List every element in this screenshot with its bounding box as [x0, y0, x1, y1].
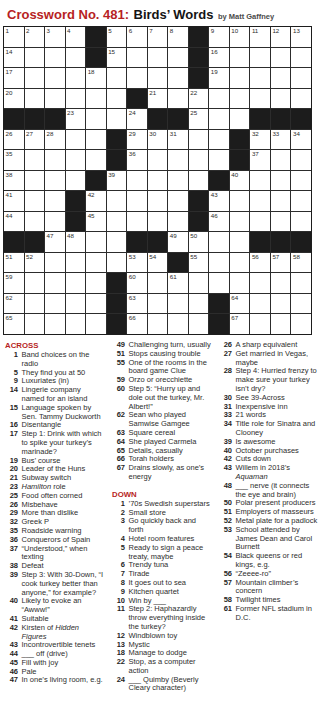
- white-cell[interactable]: 35: [4, 150, 24, 170]
- black-cell: [86, 48, 106, 68]
- white-cell[interactable]: [45, 212, 65, 232]
- black-cell: [127, 89, 147, 109]
- white-cell[interactable]: 14: [4, 48, 24, 68]
- white-cell[interactable]: [86, 130, 106, 150]
- white-cell[interactable]: [86, 150, 106, 170]
- white-cell[interactable]: [291, 191, 311, 211]
- cell-number: 55: [190, 253, 197, 261]
- white-cell[interactable]: [25, 191, 45, 211]
- clue-text: ___ nerve (it connects the eye and brain…: [236, 482, 320, 500]
- clue: 60Step 5: “Hurry up and dole out the tur…: [112, 385, 212, 411]
- white-cell[interactable]: [230, 232, 250, 252]
- clue: 43Willem in 2018’s Aquaman: [219, 464, 319, 482]
- white-cell[interactable]: [25, 48, 45, 68]
- white-cell[interactable]: [45, 314, 65, 334]
- white-cell[interactable]: [271, 48, 291, 68]
- white-cell[interactable]: [148, 314, 168, 334]
- white-cell[interactable]: 12: [271, 27, 291, 47]
- clue-text: Willem in 2018’s Aquaman: [236, 464, 320, 482]
- cell-number: 28: [47, 130, 54, 138]
- puzzle-series-title: Crossword No. 481:: [7, 7, 129, 22]
- clue-number: 53: [219, 526, 236, 552]
- white-cell[interactable]: 8: [168, 27, 188, 47]
- white-cell[interactable]: 29: [127, 130, 147, 150]
- white-cell[interactable]: 15: [107, 48, 127, 68]
- white-cell[interactable]: [168, 314, 188, 334]
- black-cell: [25, 109, 45, 129]
- white-cell[interactable]: 58: [291, 253, 311, 273]
- white-cell[interactable]: [209, 89, 229, 109]
- white-cell[interactable]: 50: [189, 232, 209, 252]
- white-cell[interactable]: [209, 253, 229, 273]
- clue-number: 60: [112, 385, 129, 411]
- white-cell[interactable]: [209, 273, 229, 293]
- white-cell[interactable]: 51: [4, 253, 24, 273]
- white-cell[interactable]: [230, 68, 250, 88]
- white-cell[interactable]: [250, 191, 270, 211]
- white-cell[interactable]: 13: [291, 27, 311, 47]
- white-cell[interactable]: [250, 294, 270, 314]
- white-cell[interactable]: [291, 89, 311, 109]
- white-cell[interactable]: 21: [148, 89, 168, 109]
- black-cell: [291, 232, 311, 252]
- white-cell[interactable]: [291, 212, 311, 232]
- black-cell: [4, 232, 24, 252]
- clue-text: Stop, as a computer action: [129, 658, 213, 676]
- cell-number: 25: [190, 109, 197, 117]
- white-cell[interactable]: 40: [230, 171, 250, 191]
- black-cell: [209, 294, 229, 314]
- cell-number: 53: [129, 253, 136, 261]
- white-cell[interactable]: 65: [4, 314, 24, 334]
- white-cell[interactable]: [107, 89, 127, 109]
- white-cell[interactable]: 45: [86, 212, 106, 232]
- white-cell[interactable]: 24: [127, 109, 147, 129]
- cell-number: 31: [170, 130, 177, 138]
- white-cell[interactable]: [168, 191, 188, 211]
- black-cell: [4, 109, 24, 129]
- white-cell[interactable]: [291, 68, 311, 88]
- white-cell[interactable]: [86, 232, 106, 252]
- clue: 40Likely to evoke an “Awww!”: [5, 597, 105, 615]
- clue-text: Get married in Vegas, maybe: [236, 350, 320, 368]
- white-cell[interactable]: 43: [209, 191, 229, 211]
- white-cell[interactable]: 38: [4, 171, 24, 191]
- cell-number: 47: [47, 232, 54, 240]
- white-cell[interactable]: 18: [86, 68, 106, 88]
- white-cell[interactable]: [148, 48, 168, 68]
- white-cell[interactable]: [66, 253, 86, 273]
- white-cell[interactable]: 26: [4, 130, 24, 150]
- white-cell[interactable]: 3: [45, 27, 65, 47]
- white-cell[interactable]: 60: [127, 273, 147, 293]
- cell-number: 33: [272, 130, 279, 138]
- black-cell: [209, 314, 229, 334]
- clue-text: Drains slowly, as one’s energy: [129, 464, 213, 482]
- white-cell[interactable]: 34: [291, 130, 311, 150]
- white-cell[interactable]: [25, 273, 45, 293]
- white-cell[interactable]: [66, 48, 86, 68]
- black-cell: [168, 253, 188, 273]
- clue: 17Step 1: Drink with which to spike your…: [5, 430, 105, 456]
- white-cell[interactable]: [250, 89, 270, 109]
- white-cell[interactable]: 57: [271, 253, 291, 273]
- white-cell[interactable]: [45, 253, 65, 273]
- white-cell[interactable]: [25, 212, 45, 232]
- black-cell: [66, 191, 86, 211]
- cell-number: 23: [67, 109, 74, 117]
- cell-number: 20: [6, 89, 13, 97]
- white-cell[interactable]: 66: [127, 314, 147, 334]
- clue: 1Band choices on the radio: [5, 351, 105, 369]
- white-cell[interactable]: 48: [66, 232, 86, 252]
- white-cell[interactable]: [291, 314, 311, 334]
- white-cell[interactable]: 46: [209, 212, 229, 232]
- black-cell: [271, 109, 291, 129]
- white-cell[interactable]: [86, 294, 106, 314]
- black-cell: [45, 109, 65, 129]
- white-cell[interactable]: [45, 171, 65, 191]
- black-cell: [291, 109, 311, 129]
- white-cell[interactable]: [271, 191, 291, 211]
- white-cell[interactable]: [86, 273, 106, 293]
- white-cell[interactable]: [148, 150, 168, 170]
- cell-number: 8: [170, 27, 173, 35]
- cell-number: 45: [88, 212, 95, 220]
- clue-column-3: 26A sharp equivalent27Get married in Veg…: [219, 341, 319, 713]
- white-cell[interactable]: [127, 191, 147, 211]
- cell-number: 46: [211, 212, 218, 220]
- white-cell[interactable]: [230, 109, 250, 129]
- white-cell[interactable]: [271, 314, 291, 334]
- cell-number: 43: [211, 191, 218, 199]
- white-cell[interactable]: [45, 68, 65, 88]
- white-cell[interactable]: 17: [4, 68, 24, 88]
- clue-number: 1: [5, 351, 22, 369]
- clue: 54Black queens or red kings, e.g.: [219, 552, 319, 570]
- white-cell[interactable]: [230, 212, 250, 232]
- white-cell[interactable]: [250, 48, 270, 68]
- cell-number: 65: [6, 314, 13, 322]
- white-cell[interactable]: [25, 314, 45, 334]
- cell-number: 40: [231, 171, 238, 179]
- white-cell[interactable]: [148, 212, 168, 232]
- white-cell[interactable]: 53: [127, 253, 147, 273]
- white-cell[interactable]: [66, 130, 86, 150]
- clue: 28Step 4: Hurried frenzy to make sure yo…: [219, 367, 319, 393]
- white-cell[interactable]: [148, 171, 168, 191]
- white-cell[interactable]: 25: [189, 109, 209, 129]
- white-cell[interactable]: [66, 89, 86, 109]
- white-cell[interactable]: [127, 48, 147, 68]
- white-cell[interactable]: [66, 314, 86, 334]
- cell-number: 22: [190, 89, 197, 97]
- black-cell: [189, 68, 209, 88]
- clue-text: School attended by James Dean and Carol …: [236, 526, 320, 552]
- white-cell[interactable]: 56: [250, 253, 270, 273]
- black-cell: [230, 130, 250, 150]
- white-cell[interactable]: [189, 171, 209, 191]
- clue-text: Go quickly back and forth: [129, 517, 213, 535]
- cell-number: 63: [129, 294, 136, 302]
- cell-number: 4: [67, 27, 70, 35]
- crossword-grid: 1234567891011121314151617181920212223242…: [3, 26, 312, 335]
- white-cell[interactable]: [168, 89, 188, 109]
- down-clues-part2: 26A sharp equivalent27Get married in Veg…: [219, 341, 319, 623]
- black-cell: [209, 171, 229, 191]
- white-cell[interactable]: [25, 68, 45, 88]
- white-cell[interactable]: [148, 68, 168, 88]
- black-cell: [107, 314, 127, 334]
- white-cell[interactable]: 6: [127, 27, 147, 47]
- clue: 31Inexpensive inn: [219, 403, 319, 412]
- white-cell[interactable]: 52: [25, 253, 45, 273]
- clue-column-2: 49Challenging turn, usually51Stops causi…: [112, 341, 212, 713]
- cell-number: 12: [272, 27, 279, 35]
- white-cell[interactable]: 55: [189, 253, 209, 273]
- white-cell[interactable]: [271, 68, 291, 88]
- white-cell[interactable]: 7: [148, 27, 168, 47]
- cell-number: 49: [170, 232, 177, 240]
- white-cell[interactable]: 63: [127, 294, 147, 314]
- white-cell[interactable]: [271, 294, 291, 314]
- clue-text: Step 5: “Hurry up and dole out the turke…: [129, 385, 213, 411]
- white-cell[interactable]: 11: [250, 27, 270, 47]
- white-cell[interactable]: [107, 232, 127, 252]
- cell-number: 66: [129, 314, 136, 322]
- cell-number: 41: [6, 191, 13, 199]
- clue-number: 62: [112, 411, 129, 429]
- clue-number: 40: [5, 597, 22, 615]
- cell-number: 9: [211, 27, 214, 35]
- white-cell[interactable]: 28: [45, 130, 65, 150]
- clue-number: 5: [112, 544, 129, 562]
- white-cell[interactable]: 36: [127, 150, 147, 170]
- white-cell[interactable]: [271, 150, 291, 170]
- white-cell[interactable]: [189, 130, 209, 150]
- clue-text: Lingerie company named for an island: [22, 386, 106, 404]
- white-cell[interactable]: [107, 68, 127, 88]
- white-cell[interactable]: 16: [209, 48, 229, 68]
- white-cell[interactable]: [250, 314, 270, 334]
- white-cell[interactable]: [291, 48, 311, 68]
- cell-number: 1: [6, 27, 9, 35]
- clue: 42Kirsten of Hidden Figures: [5, 624, 105, 642]
- white-cell[interactable]: [66, 68, 86, 88]
- white-cell[interactable]: [107, 253, 127, 273]
- clue: 34Title role for Sinatra and Clooney: [219, 420, 319, 438]
- white-cell[interactable]: [168, 171, 188, 191]
- white-cell[interactable]: [168, 68, 188, 88]
- white-cell[interactable]: [86, 109, 106, 129]
- clue-number: 27: [219, 350, 236, 368]
- white-cell[interactable]: [66, 171, 86, 191]
- white-cell[interactable]: [66, 150, 86, 170]
- clue: 67Drains slowly, as one’s energy: [112, 464, 212, 482]
- white-cell[interactable]: 30: [148, 130, 168, 150]
- white-cell[interactable]: 5: [107, 27, 127, 47]
- white-cell[interactable]: [189, 294, 209, 314]
- white-cell[interactable]: [209, 232, 229, 252]
- cell-number: 52: [26, 253, 33, 261]
- clue-number: 28: [219, 367, 236, 393]
- white-cell[interactable]: [25, 89, 45, 109]
- white-cell[interactable]: [230, 273, 250, 293]
- white-cell[interactable]: 2: [25, 27, 45, 47]
- white-cell[interactable]: [250, 171, 270, 191]
- white-cell[interactable]: [148, 273, 168, 293]
- white-cell[interactable]: [148, 294, 168, 314]
- white-cell[interactable]: [86, 314, 106, 334]
- white-cell[interactable]: 61: [168, 273, 188, 293]
- black-cell: [189, 48, 209, 68]
- white-cell[interactable]: [127, 68, 147, 88]
- white-cell[interactable]: [66, 294, 86, 314]
- white-cell[interactable]: [168, 212, 188, 232]
- white-cell[interactable]: [271, 212, 291, 232]
- white-cell[interactable]: [291, 294, 311, 314]
- cell-number: 11: [252, 27, 258, 35]
- cell-number: 58: [293, 253, 300, 261]
- white-cell[interactable]: [291, 273, 311, 293]
- white-cell[interactable]: 10: [230, 27, 250, 47]
- cell-number: 60: [129, 273, 136, 281]
- clue-number: 3: [112, 517, 129, 535]
- clue-number: 55: [112, 359, 129, 377]
- white-cell[interactable]: [230, 48, 250, 68]
- white-cell[interactable]: [250, 273, 270, 293]
- clue: 5Ready to sign a peace treaty, maybe: [112, 544, 212, 562]
- clue: 29More than dislike: [5, 509, 105, 518]
- white-cell[interactable]: [45, 294, 65, 314]
- white-cell[interactable]: [209, 130, 229, 150]
- white-cell[interactable]: 9: [209, 27, 229, 47]
- white-cell[interactable]: 39: [107, 171, 127, 191]
- white-cell[interactable]: 67: [230, 314, 250, 334]
- white-cell[interactable]: [189, 314, 209, 334]
- clue-number: 57: [219, 579, 236, 597]
- white-cell[interactable]: [45, 273, 65, 293]
- across-clues-part2: 49Challenging turn, usually51Stops causi…: [112, 341, 212, 482]
- cell-number: 54: [149, 253, 156, 261]
- white-cell[interactable]: [107, 212, 127, 232]
- white-cell[interactable]: 31: [168, 130, 188, 150]
- white-cell[interactable]: [45, 89, 65, 109]
- white-cell[interactable]: [209, 109, 229, 129]
- white-cell[interactable]: [189, 150, 209, 170]
- white-cell[interactable]: [107, 109, 127, 129]
- white-cell[interactable]: 19: [209, 68, 229, 88]
- cell-number: 29: [129, 130, 136, 138]
- black-cell: [189, 191, 209, 211]
- white-cell[interactable]: 54: [148, 253, 168, 273]
- white-cell[interactable]: [25, 171, 45, 191]
- white-cell[interactable]: [86, 89, 106, 109]
- clue-text: Step 2: Haphazardly throw everything ins…: [129, 605, 213, 631]
- white-cell[interactable]: [230, 191, 250, 211]
- white-cell[interactable]: [45, 191, 65, 211]
- cell-number: 39: [108, 171, 115, 179]
- puzzle-byline: by Matt Gaffney: [218, 12, 274, 21]
- white-cell[interactable]: 62: [4, 294, 24, 314]
- white-cell[interactable]: 20: [4, 89, 24, 109]
- white-cell[interactable]: [25, 150, 45, 170]
- white-cell[interactable]: 32: [250, 130, 270, 150]
- clue-number: 54: [219, 552, 236, 570]
- clue-number: 11: [112, 605, 129, 631]
- white-cell[interactable]: 1: [4, 27, 24, 47]
- white-cell[interactable]: [66, 273, 86, 293]
- white-cell[interactable]: [230, 89, 250, 109]
- white-cell[interactable]: [271, 273, 291, 293]
- white-cell[interactable]: 33: [271, 130, 291, 150]
- white-cell[interactable]: 47: [45, 232, 65, 252]
- white-cell[interactable]: [25, 294, 45, 314]
- black-cell: [86, 27, 106, 47]
- white-cell[interactable]: [250, 68, 270, 88]
- white-cell[interactable]: [291, 150, 311, 170]
- black-cell: [66, 212, 86, 232]
- white-cell[interactable]: 4: [66, 27, 86, 47]
- white-cell[interactable]: 27: [25, 130, 45, 150]
- white-cell[interactable]: [168, 48, 188, 68]
- white-cell[interactable]: [168, 150, 188, 170]
- clue: 48___ nerve (it connects the eye and bra…: [219, 482, 319, 500]
- clue: 24___ Quimby (Beverly Cleary character): [112, 676, 212, 694]
- white-cell[interactable]: 44: [4, 212, 24, 232]
- white-cell[interactable]: 49: [168, 232, 188, 252]
- white-cell[interactable]: 37: [250, 150, 270, 170]
- white-cell[interactable]: 64: [230, 294, 250, 314]
- white-cell[interactable]: 42: [86, 191, 106, 211]
- white-cell[interactable]: [230, 253, 250, 273]
- white-cell[interactable]: [127, 171, 147, 191]
- white-cell[interactable]: [209, 150, 229, 170]
- clue: 15Language spoken by Sen. Tammy Duckwort…: [5, 404, 105, 422]
- white-cell[interactable]: [250, 212, 270, 232]
- puzzle-name: Birds’ Words: [134, 7, 214, 22]
- white-cell[interactable]: 59: [4, 273, 24, 293]
- clue-number: 42: [5, 624, 22, 642]
- white-cell[interactable]: [189, 273, 209, 293]
- white-cell[interactable]: 22: [189, 89, 209, 109]
- down-clues-part1: 1’70s Swedish superstars2Small store3Go …: [112, 500, 212, 694]
- cell-number: 7: [149, 27, 152, 35]
- clue: 12Windblown toy: [112, 632, 212, 641]
- white-cell[interactable]: [148, 191, 168, 211]
- white-cell[interactable]: [291, 171, 311, 191]
- white-cell[interactable]: [86, 253, 106, 273]
- white-cell[interactable]: 41: [4, 191, 24, 211]
- clue-text: In one’s living room, e.g.: [22, 676, 106, 685]
- clue: 11Step 2: Haphazardly throw everything i…: [112, 605, 212, 631]
- clue: 27Get married in Vegas, maybe: [219, 350, 319, 368]
- white-cell[interactable]: [271, 171, 291, 191]
- white-cell[interactable]: [45, 150, 65, 170]
- clue-number: 22: [112, 658, 129, 676]
- white-cell[interactable]: [45, 48, 65, 68]
- clue: 57Mountain climber’s concern: [219, 579, 319, 597]
- white-cell[interactable]: [107, 191, 127, 211]
- white-cell[interactable]: [271, 89, 291, 109]
- white-cell[interactable]: [168, 294, 188, 314]
- white-cell[interactable]: [127, 212, 147, 232]
- white-cell[interactable]: 23: [66, 109, 86, 129]
- clue: 45Fill with joy: [5, 659, 105, 668]
- cell-number: 2: [26, 27, 29, 35]
- cell-number: 5: [108, 27, 111, 35]
- cell-number: 30: [149, 130, 156, 138]
